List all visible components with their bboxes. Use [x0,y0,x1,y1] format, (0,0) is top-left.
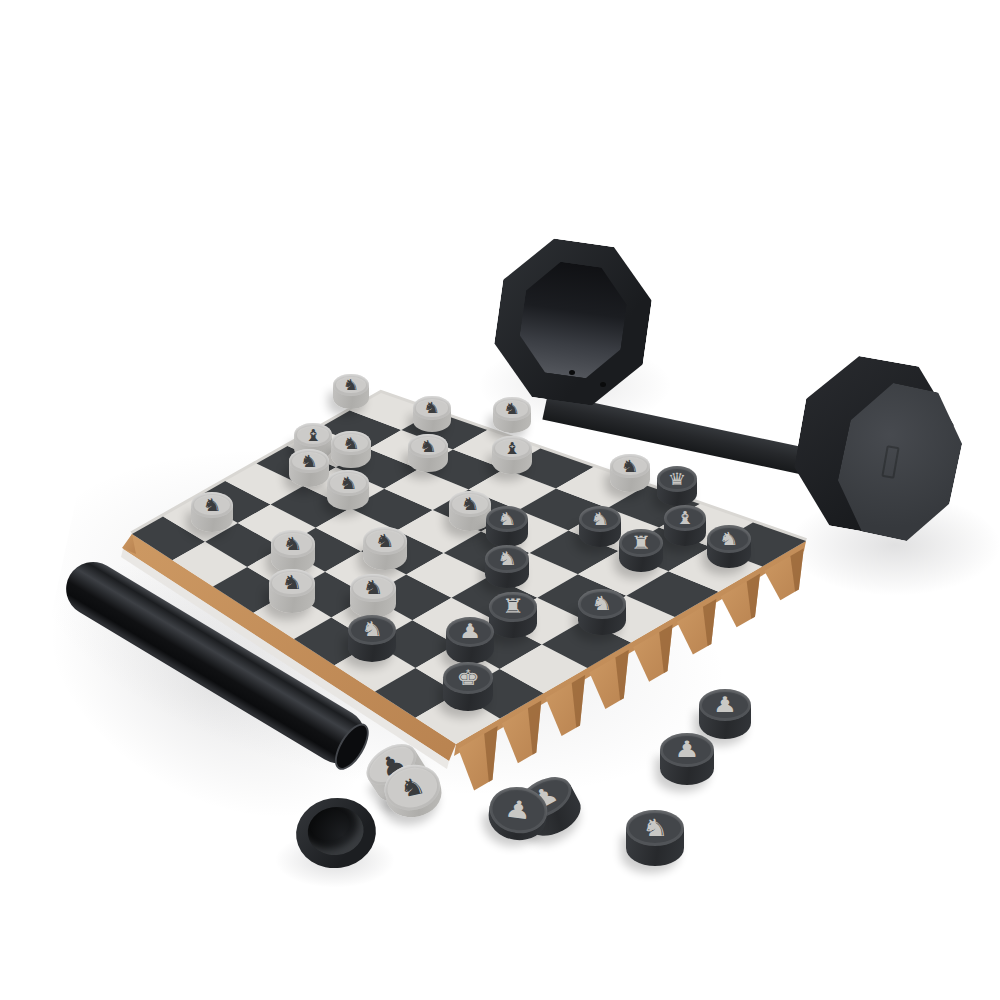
product-photo-scene: ♞♞♞♝♞♞♝♞♞♛♞♞♞♝♞♞♞♞♜♞♞♞♞♞♜♞♟♚♟♟♟♞♟♟♞ [0,0,1000,1000]
chess-board [0,0,1000,1000]
